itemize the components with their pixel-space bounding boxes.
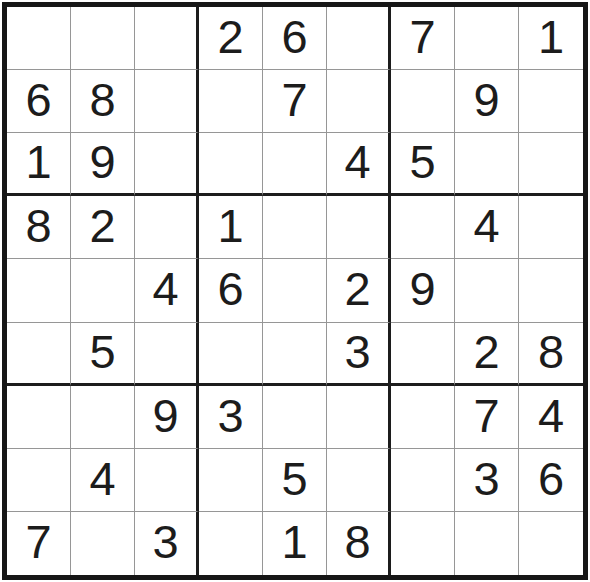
cell-r5c6[interactable]: 2 bbox=[327, 259, 391, 322]
cell-r8c1[interactable] bbox=[7, 449, 71, 512]
cell-r9c3[interactable]: 3 bbox=[135, 512, 199, 575]
cell-r2c2[interactable]: 8 bbox=[71, 70, 135, 133]
cell-r3c9[interactable] bbox=[519, 133, 583, 196]
cell-r7c9[interactable]: 4 bbox=[519, 386, 583, 449]
cell-r1c1[interactable] bbox=[7, 7, 71, 70]
cell-r7c2[interactable] bbox=[71, 386, 135, 449]
cell-r1c2[interactable] bbox=[71, 7, 135, 70]
cell-r3c5[interactable] bbox=[263, 133, 327, 196]
cell-r2c4[interactable] bbox=[199, 70, 263, 133]
cell-r3c6[interactable]: 4 bbox=[327, 133, 391, 196]
cell-r3c8[interactable] bbox=[455, 133, 519, 196]
cell-r8c2[interactable]: 4 bbox=[71, 449, 135, 512]
cell-r5c5[interactable] bbox=[263, 259, 327, 322]
cell-r8c9[interactable]: 6 bbox=[519, 449, 583, 512]
cell-r8c3[interactable] bbox=[135, 449, 199, 512]
cell-r4c8[interactable]: 4 bbox=[455, 196, 519, 259]
cell-r1c3[interactable] bbox=[135, 7, 199, 70]
cell-r2c1[interactable]: 6 bbox=[7, 70, 71, 133]
cell-r8c4[interactable] bbox=[199, 449, 263, 512]
cell-r4c1[interactable]: 8 bbox=[7, 196, 71, 259]
cell-r8c6[interactable] bbox=[327, 449, 391, 512]
cell-r6c3[interactable] bbox=[135, 323, 199, 386]
cell-r9c6[interactable]: 8 bbox=[327, 512, 391, 575]
cell-r3c4[interactable] bbox=[199, 133, 263, 196]
cell-r5c8[interactable] bbox=[455, 259, 519, 322]
cell-r6c8[interactable]: 2 bbox=[455, 323, 519, 386]
cell-r9c7[interactable] bbox=[391, 512, 455, 575]
cell-r1c4[interactable]: 2 bbox=[199, 7, 263, 70]
cell-r3c1[interactable]: 1 bbox=[7, 133, 71, 196]
cell-r1c7[interactable]: 7 bbox=[391, 7, 455, 70]
cell-r4c3[interactable] bbox=[135, 196, 199, 259]
cell-r6c4[interactable] bbox=[199, 323, 263, 386]
cell-r7c6[interactable] bbox=[327, 386, 391, 449]
cell-r8c8[interactable]: 3 bbox=[455, 449, 519, 512]
cell-r3c3[interactable] bbox=[135, 133, 199, 196]
cell-r4c4[interactable]: 1 bbox=[199, 196, 263, 259]
cell-r2c8[interactable]: 9 bbox=[455, 70, 519, 133]
cell-r6c7[interactable] bbox=[391, 323, 455, 386]
cell-r7c4[interactable]: 3 bbox=[199, 386, 263, 449]
cell-r7c1[interactable] bbox=[7, 386, 71, 449]
cell-r9c8[interactable] bbox=[455, 512, 519, 575]
cell-r7c8[interactable]: 7 bbox=[455, 386, 519, 449]
cell-r8c7[interactable] bbox=[391, 449, 455, 512]
cell-r1c9[interactable]: 1 bbox=[519, 7, 583, 70]
cell-r5c9[interactable] bbox=[519, 259, 583, 322]
cell-r4c5[interactable] bbox=[263, 196, 327, 259]
cell-r9c2[interactable] bbox=[71, 512, 135, 575]
cell-r9c4[interactable] bbox=[199, 512, 263, 575]
cell-r3c7[interactable]: 5 bbox=[391, 133, 455, 196]
cell-r4c6[interactable] bbox=[327, 196, 391, 259]
cell-r6c1[interactable] bbox=[7, 323, 71, 386]
cell-r4c7[interactable] bbox=[391, 196, 455, 259]
cell-r2c9[interactable] bbox=[519, 70, 583, 133]
cell-r9c9[interactable] bbox=[519, 512, 583, 575]
sudoku-board: 267168791945821446295328937445367318 bbox=[2, 2, 588, 580]
cell-r8c5[interactable]: 5 bbox=[263, 449, 327, 512]
cell-r4c9[interactable] bbox=[519, 196, 583, 259]
cell-r5c4[interactable]: 6 bbox=[199, 259, 263, 322]
cell-r9c1[interactable]: 7 bbox=[7, 512, 71, 575]
cell-r2c3[interactable] bbox=[135, 70, 199, 133]
cell-r1c8[interactable] bbox=[455, 7, 519, 70]
cell-r2c7[interactable] bbox=[391, 70, 455, 133]
cell-r2c5[interactable]: 7 bbox=[263, 70, 327, 133]
cell-r7c3[interactable]: 9 bbox=[135, 386, 199, 449]
cell-r1c5[interactable]: 6 bbox=[263, 7, 327, 70]
cell-r7c5[interactable] bbox=[263, 386, 327, 449]
cell-r9c5[interactable]: 1 bbox=[263, 512, 327, 575]
cell-r1c6[interactable] bbox=[327, 7, 391, 70]
cell-r7c7[interactable] bbox=[391, 386, 455, 449]
cell-r5c3[interactable]: 4 bbox=[135, 259, 199, 322]
cell-r2c6[interactable] bbox=[327, 70, 391, 133]
cell-r5c1[interactable] bbox=[7, 259, 71, 322]
cell-r6c2[interactable]: 5 bbox=[71, 323, 135, 386]
cell-r6c6[interactable]: 3 bbox=[327, 323, 391, 386]
cell-r6c5[interactable] bbox=[263, 323, 327, 386]
cell-r6c9[interactable]: 8 bbox=[519, 323, 583, 386]
cell-r3c2[interactable]: 9 bbox=[71, 133, 135, 196]
cell-r5c2[interactable] bbox=[71, 259, 135, 322]
cell-r4c2[interactable]: 2 bbox=[71, 196, 135, 259]
cell-r5c7[interactable]: 9 bbox=[391, 259, 455, 322]
